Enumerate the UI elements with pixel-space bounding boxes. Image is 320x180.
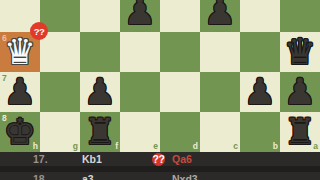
square-f8[interactable]: ♜ f <box>80 112 120 152</box>
square-e6[interactable] <box>120 32 160 72</box>
square-g8[interactable]: g <box>40 112 80 152</box>
square-b7[interactable]: ♟ <box>240 72 280 112</box>
square-b6[interactable] <box>240 32 280 72</box>
square-a5[interactable] <box>280 0 320 32</box>
square-f7[interactable]: ♟ <box>80 72 120 112</box>
move-list: 17. Kb1 ?? Qa6 18. a3 Nxd3 <box>0 152 320 180</box>
square-f6[interactable] <box>80 32 120 72</box>
move-number: 17. <box>33 152 48 166</box>
black-queen[interactable]: ♛ <box>280 32 320 72</box>
file-label-e: e <box>153 141 158 151</box>
blunder-badge-move-icon: ?? <box>152 153 165 166</box>
move-row-17: 17. Kb1 ?? Qa6 <box>0 152 320 166</box>
square-h7[interactable]: 7 ♟ <box>0 72 40 112</box>
square-b5[interactable] <box>240 0 280 32</box>
board-grid: ♟ ♟ 6 ♛ ♛ 7 ♟ <box>0 0 320 152</box>
move-number: 18. <box>33 172 48 180</box>
white-move-kb1[interactable]: Kb1 <box>82 152 102 166</box>
black-pawn[interactable]: ♟ <box>280 72 320 112</box>
square-b8[interactable]: b <box>240 112 280 152</box>
square-g6[interactable] <box>40 32 80 72</box>
black-pawn[interactable]: ♟ <box>120 0 160 32</box>
file-label-g: g <box>73 141 78 151</box>
file-label-a: a <box>313 141 318 151</box>
file-label-b: b <box>273 141 278 151</box>
move-row-18: 18. a3 Nxd3 <box>0 172 320 180</box>
square-a7[interactable]: ♟ <box>280 72 320 112</box>
square-c5[interactable]: ♟ <box>200 0 240 32</box>
square-a8[interactable]: ♜ a <box>280 112 320 152</box>
square-f5[interactable] <box>80 0 120 32</box>
square-d5[interactable] <box>160 0 200 32</box>
square-c6[interactable] <box>200 32 240 72</box>
black-move-qa6[interactable]: Qa6 <box>172 152 192 166</box>
blunder-badge-icon: ?? <box>30 22 48 40</box>
square-e5[interactable]: ♟ <box>120 0 160 32</box>
square-c8[interactable]: c <box>200 112 240 152</box>
chess-board: ♟ ♟ 6 ♛ ♛ 7 ♟ <box>0 0 320 152</box>
square-c7[interactable] <box>200 72 240 112</box>
black-move-nxd3[interactable]: Nxd3 <box>172 172 198 180</box>
square-d7[interactable] <box>160 72 200 112</box>
square-d8[interactable]: d <box>160 112 200 152</box>
file-label-f: f <box>115 141 118 151</box>
black-pawn[interactable]: ♟ <box>200 0 240 32</box>
file-label-h: h <box>33 141 38 151</box>
file-label-d: d <box>193 141 198 151</box>
black-rook[interactable]: ♜ <box>80 112 120 152</box>
file-label-c: c <box>233 141 238 151</box>
square-e7[interactable] <box>120 72 160 112</box>
black-pawn[interactable]: ♟ <box>240 72 280 112</box>
square-g7[interactable] <box>40 72 80 112</box>
white-move-a3[interactable]: a3 <box>82 172 94 180</box>
black-pawn[interactable]: ♟ <box>0 72 40 112</box>
square-e8[interactable]: e <box>120 112 160 152</box>
square-a6[interactable]: ♛ <box>280 32 320 72</box>
square-h8[interactable]: 8 ♚ h <box>0 112 40 152</box>
square-d6[interactable] <box>160 32 200 72</box>
black-pawn[interactable]: ♟ <box>80 72 120 112</box>
app-screen: ♟ ♟ 6 ♛ ♛ 7 ♟ <box>0 0 320 180</box>
